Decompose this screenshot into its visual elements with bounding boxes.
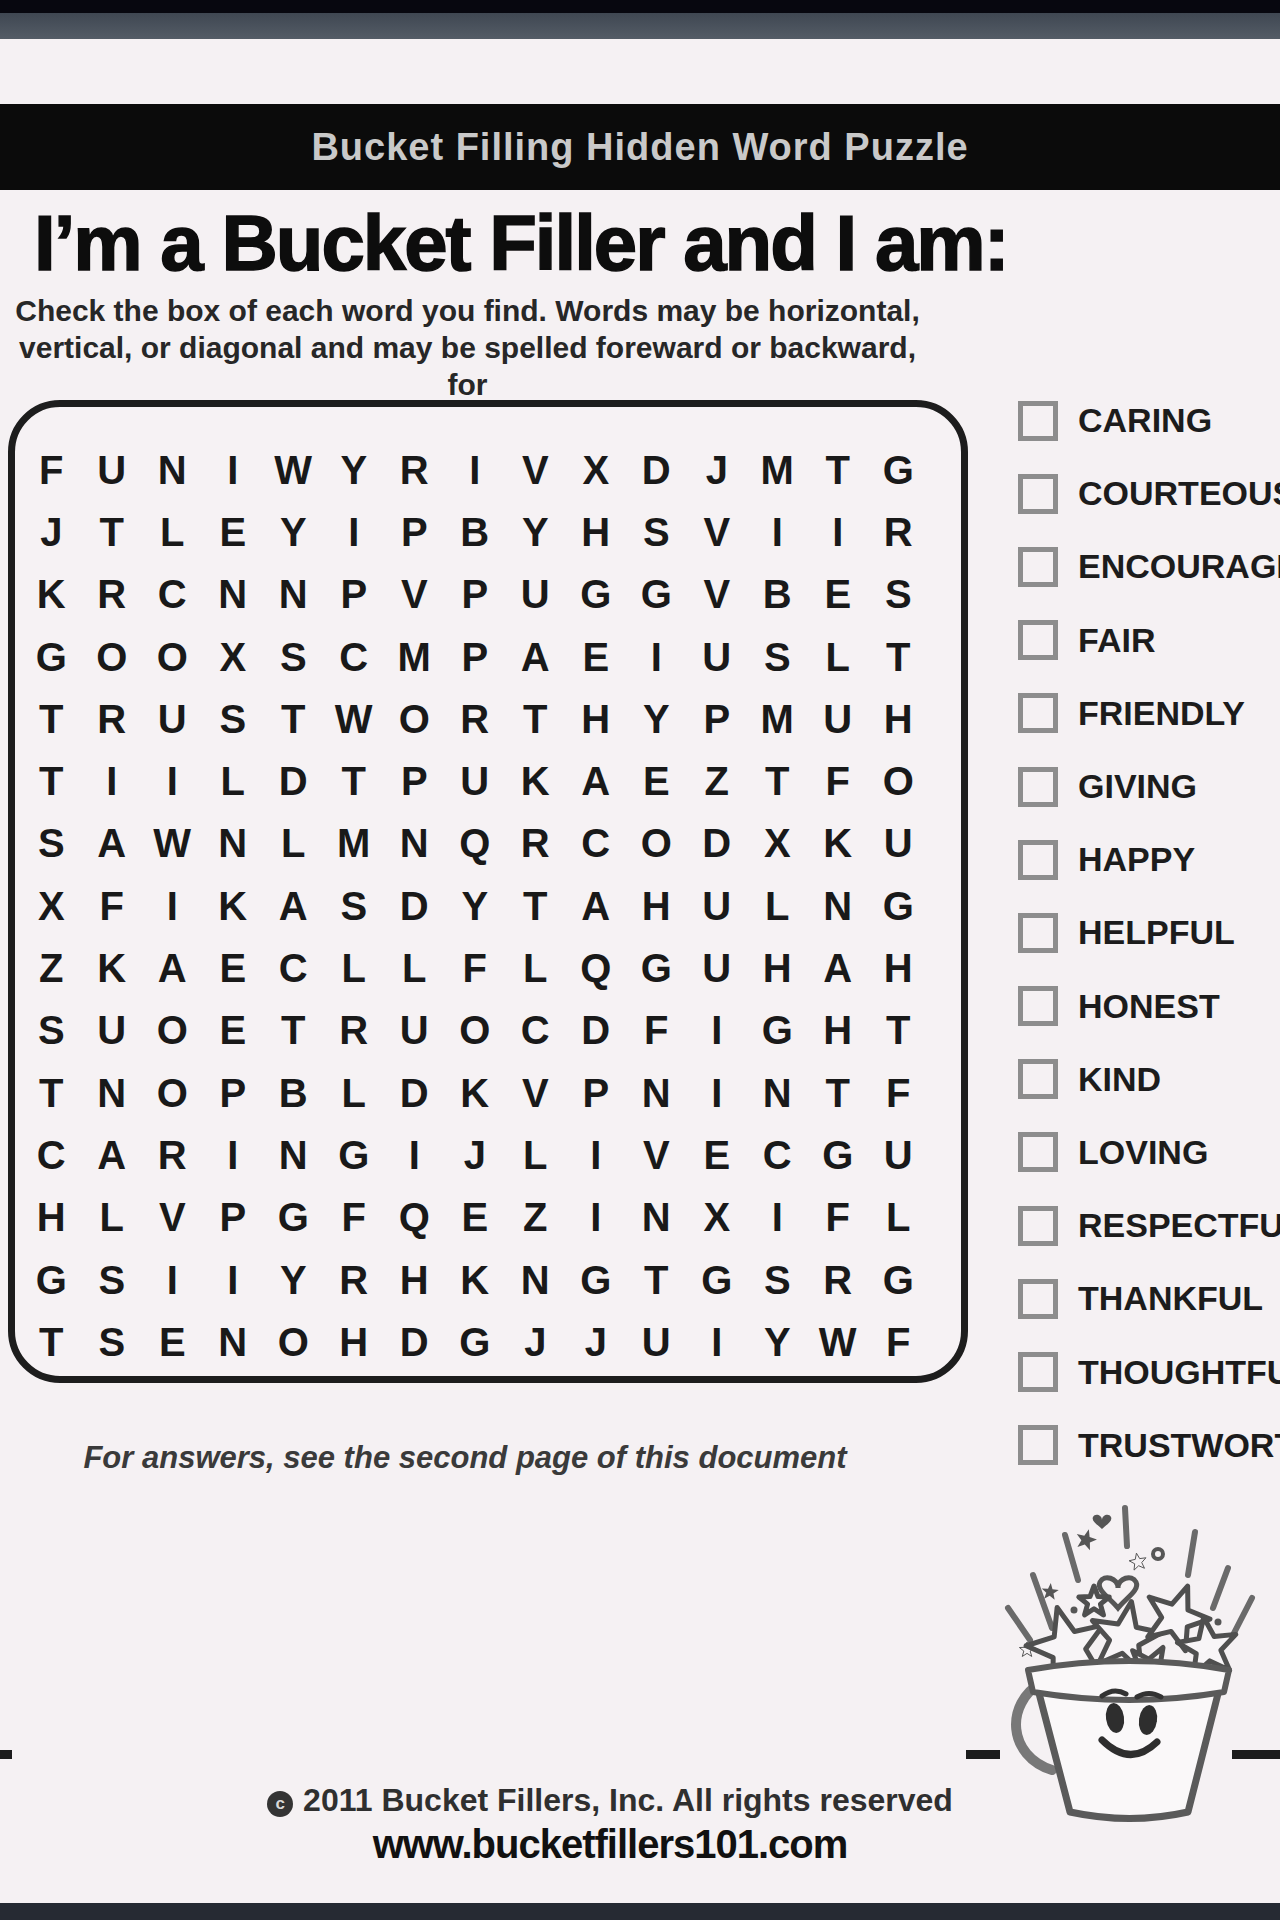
grid-cell-r1c15: G	[868, 439, 929, 501]
grid-cell-r8c8: Y	[445, 875, 506, 937]
grid-cell-r12c13: C	[747, 1124, 808, 1186]
grid-cell-r15c6: H	[324, 1311, 385, 1373]
grid-cell-r11c7: D	[384, 1062, 445, 1124]
copyright-icon: c	[267, 1791, 293, 1817]
word-item-thankful: THANKFUL	[1018, 1262, 1280, 1335]
word-label-giving: GIVING	[1078, 767, 1197, 806]
grid-cell-r3c3: C	[142, 564, 203, 626]
grid-cell-r8c2: F	[82, 875, 143, 937]
word-list: CARINGCOURTEOUSENCOURAGINGFAIRFRIENDLYGI…	[1018, 384, 1280, 1489]
grid-cell-r15c10: J	[566, 1311, 627, 1373]
grid-cell-r6c9: K	[505, 750, 566, 812]
grid-cell-r15c14: W	[808, 1311, 869, 1373]
grid-cell-r7c2: A	[82, 813, 143, 875]
grid-cell-r11c4: P	[203, 1062, 264, 1124]
grid-cell-r12c11: V	[626, 1124, 687, 1186]
grid-cell-r6c1: T	[21, 750, 82, 812]
letter-grid: FUNIWYRIVXDJMTGJTLEYIPBYHSVIIRKRCNNPVPUG…	[21, 439, 929, 1373]
grid-cell-r4c9: A	[505, 626, 566, 688]
word-item-courteous: COURTEOUS	[1018, 457, 1280, 530]
grid-cell-r10c9: C	[505, 1000, 566, 1062]
grid-cell-r4c8: P	[445, 626, 506, 688]
grid-cell-r1c2: U	[82, 439, 143, 501]
grid-cell-r6c12: Z	[687, 750, 748, 812]
word-label-respectful: RESPECTFUL	[1078, 1206, 1280, 1245]
grid-cell-r13c9: Z	[505, 1187, 566, 1249]
grid-cell-r10c4: E	[203, 1000, 264, 1062]
grid-cell-r3c12: V	[687, 564, 748, 626]
grid-cell-r13c3: V	[142, 1187, 203, 1249]
word-label-helpful: HELPFUL	[1078, 913, 1235, 952]
checkbox-friendly[interactable]	[1018, 693, 1058, 733]
grid-cell-r7c15: U	[868, 813, 929, 875]
grid-cell-r7c13: X	[747, 813, 808, 875]
grid-cell-r2c8: B	[445, 501, 506, 563]
grid-cell-r12c8: J	[445, 1124, 506, 1186]
word-item-fair: FAIR	[1018, 604, 1280, 677]
checkbox-trustworthy[interactable]	[1018, 1425, 1058, 1465]
grid-cell-r9c3: A	[142, 937, 203, 999]
word-label-thoughtful: THOUGHTFUL	[1078, 1353, 1280, 1392]
grid-cell-r8c12: U	[687, 875, 748, 937]
grid-cell-r8c14: N	[808, 875, 869, 937]
grid-cell-r14c3: I	[142, 1249, 203, 1311]
grid-cell-r10c8: O	[445, 1000, 506, 1062]
grid-cell-r12c10: I	[566, 1124, 627, 1186]
grid-cell-r1c6: Y	[324, 439, 385, 501]
bucket-rim	[1028, 1661, 1229, 1700]
website-url: www.bucketfillers101.com	[150, 1822, 1070, 1867]
word-item-trustworthy: TRUSTWORTHY	[1018, 1409, 1280, 1482]
word-item-kind: KIND	[1018, 1043, 1280, 1116]
grid-cell-r9c8: F	[445, 937, 506, 999]
grid-cell-r6c7: P	[384, 750, 445, 812]
copyright-text: 2011 Bucket Fillers, Inc. All rights res…	[303, 1782, 953, 1818]
grid-cell-r11c2: N	[82, 1062, 143, 1124]
grid-cell-r4c7: M	[384, 626, 445, 688]
grid-cell-r14c6: R	[324, 1249, 385, 1311]
grid-cell-r12c12: E	[687, 1124, 748, 1186]
grid-cell-r7c14: K	[808, 813, 869, 875]
grid-cell-r7c12: D	[687, 813, 748, 875]
grid-cell-r7c4: N	[203, 813, 264, 875]
grid-cell-r5c1: T	[21, 688, 82, 750]
grid-cell-r7c1: S	[21, 813, 82, 875]
grid-cell-r9c9: L	[505, 937, 566, 999]
grid-cell-r3c9: U	[505, 564, 566, 626]
grid-cell-r8c3: I	[142, 875, 203, 937]
grid-cell-r9c14: A	[808, 937, 869, 999]
grid-cell-r14c10: G	[566, 1249, 627, 1311]
grid-cell-r10c7: U	[384, 1000, 445, 1062]
grid-cell-r14c11: T	[626, 1249, 687, 1311]
grid-cell-r6c10: A	[566, 750, 627, 812]
grid-cell-r4c13: S	[747, 626, 808, 688]
grid-cell-r8c4: K	[203, 875, 264, 937]
grid-cell-r4c6: C	[324, 626, 385, 688]
grid-cell-r2c12: V	[687, 501, 748, 563]
grid-cell-r6c5: D	[263, 750, 324, 812]
grid-cell-r5c3: U	[142, 688, 203, 750]
grid-cell-r14c2: S	[82, 1249, 143, 1311]
title-bar-text: Bucket Filling Hidden Word Puzzle	[311, 126, 968, 169]
grid-cell-r15c4: N	[203, 1311, 264, 1373]
grid-cell-r7c5: L	[263, 813, 324, 875]
word-label-friendly: FRIENDLY	[1078, 694, 1245, 733]
grid-cell-r6c8: U	[445, 750, 506, 812]
grid-cell-r4c14: L	[808, 626, 869, 688]
top-slate-bar	[0, 13, 1280, 39]
grid-cell-r1c3: N	[142, 439, 203, 501]
page: Bucket Filling Hidden Word Puzzle I’m a …	[0, 0, 1280, 1920]
grid-cell-r4c12: U	[687, 626, 748, 688]
word-item-friendly: FRIENDLY	[1018, 677, 1280, 750]
word-item-giving: GIVING	[1018, 750, 1280, 823]
word-label-caring: CARING	[1078, 401, 1212, 440]
grid-cell-r9c6: L	[324, 937, 385, 999]
grid-cell-r9c12: U	[687, 937, 748, 999]
answers-note: For answers, see the second page of this…	[0, 1440, 930, 1476]
grid-cell-r2c4: E	[203, 501, 264, 563]
grid-cell-r8c10: A	[566, 875, 627, 937]
grid-cell-r5c14: U	[808, 688, 869, 750]
grid-cell-r9c5: C	[263, 937, 324, 999]
grid-cell-r10c10: D	[566, 1000, 627, 1062]
grid-cell-r11c8: K	[445, 1062, 506, 1124]
grid-cell-r6c11: E	[626, 750, 687, 812]
grid-cell-r6c14: F	[808, 750, 869, 812]
grid-cell-r3c6: P	[324, 564, 385, 626]
grid-cell-r5c8: R	[445, 688, 506, 750]
instructions-line-2: vertical, or diagonal and may be spelled…	[0, 329, 935, 403]
grid-cell-r3c7: V	[384, 564, 445, 626]
grid-cell-r12c14: G	[808, 1124, 869, 1186]
grid-cell-r8c7: D	[384, 875, 445, 937]
grid-cell-r12c3: R	[142, 1124, 203, 1186]
grid-cell-r7c3: W	[142, 813, 203, 875]
grid-cell-r8c6: S	[324, 875, 385, 937]
grid-cell-r11c9: V	[505, 1062, 566, 1124]
checkbox-honest[interactable]	[1018, 986, 1058, 1026]
grid-cell-r15c5: O	[263, 1311, 324, 1373]
grid-cell-r12c6: G	[324, 1124, 385, 1186]
grid-cell-r8c11: H	[626, 875, 687, 937]
grid-cell-r14c14: R	[808, 1249, 869, 1311]
title-bar: Bucket Filling Hidden Word Puzzle	[0, 104, 1280, 190]
grid-cell-r10c2: U	[82, 1000, 143, 1062]
grid-cell-r8c1: X	[21, 875, 82, 937]
word-label-loving: LOVING	[1078, 1133, 1208, 1172]
word-item-caring: CARING	[1018, 384, 1280, 457]
grid-cell-r5c5: T	[263, 688, 324, 750]
grid-cell-r10c14: H	[808, 1000, 869, 1062]
grid-cell-r14c8: K	[445, 1249, 506, 1311]
grid-cell-r2c11: S	[626, 501, 687, 563]
grid-cell-r14c13: S	[747, 1249, 808, 1311]
grid-cell-r14c9: N	[505, 1249, 566, 1311]
word-item-respectful: RESPECTFUL	[1018, 1189, 1280, 1262]
grid-cell-r3c11: G	[626, 564, 687, 626]
grid-cell-r2c2: T	[82, 501, 143, 563]
word-item-happy: HAPPY	[1018, 823, 1280, 896]
grid-cell-r11c15: F	[868, 1062, 929, 1124]
grid-cell-r1c10: X	[566, 439, 627, 501]
grid-cell-r8c13: L	[747, 875, 808, 937]
grid-cell-r14c5: Y	[263, 1249, 324, 1311]
grid-cell-r2c10: H	[566, 501, 627, 563]
checkbox-encouraging[interactable]	[1018, 547, 1058, 587]
grid-cell-r1c8: I	[445, 439, 506, 501]
grid-cell-r1c9: V	[505, 439, 566, 501]
checkbox-courteous[interactable]	[1018, 474, 1058, 514]
grid-cell-r13c12: X	[687, 1187, 748, 1249]
grid-cell-r3c15: S	[868, 564, 929, 626]
grid-cell-r10c3: O	[142, 1000, 203, 1062]
grid-cell-r3c4: N	[203, 564, 264, 626]
grid-cell-r4c1: G	[21, 626, 82, 688]
grid-cell-r9c7: L	[384, 937, 445, 999]
grid-cell-r6c13: T	[747, 750, 808, 812]
word-label-thankful: THANKFUL	[1078, 1279, 1263, 1318]
grid-cell-r3c5: N	[263, 564, 324, 626]
checkbox-loving[interactable]	[1018, 1132, 1058, 1172]
checkbox-happy[interactable]	[1018, 840, 1058, 880]
page-title: I’m a Bucket Filler and I am:	[34, 198, 1274, 289]
grid-cell-r10c6: R	[324, 1000, 385, 1062]
grid-cell-r6c15: O	[868, 750, 929, 812]
grid-cell-r11c6: L	[324, 1062, 385, 1124]
grid-cell-r6c3: I	[142, 750, 203, 812]
bucket-illustration	[990, 1480, 1280, 1900]
grid-cell-r9c1: Z	[21, 937, 82, 999]
grid-cell-r5c9: T	[505, 688, 566, 750]
grid-cell-r15c8: G	[445, 1311, 506, 1373]
grid-cell-r7c10: C	[566, 813, 627, 875]
grid-cell-r6c2: I	[82, 750, 143, 812]
word-label-fair: FAIR	[1078, 621, 1155, 660]
grid-cell-r11c10: P	[566, 1062, 627, 1124]
grid-cell-r7c11: O	[626, 813, 687, 875]
grid-cell-r5c13: M	[747, 688, 808, 750]
grid-cell-r11c11: N	[626, 1062, 687, 1124]
grid-cell-r13c11: N	[626, 1187, 687, 1249]
checkbox-fair[interactable]	[1018, 620, 1058, 660]
grid-cell-r3c1: K	[21, 564, 82, 626]
grid-cell-r7c9: R	[505, 813, 566, 875]
grid-cell-r3c8: P	[445, 564, 506, 626]
grid-cell-r4c10: E	[566, 626, 627, 688]
top-black-bar	[0, 0, 1280, 13]
grid-cell-r13c1: H	[21, 1187, 82, 1249]
grid-cell-r2c6: I	[324, 501, 385, 563]
word-item-helpful: HELPFUL	[1018, 896, 1280, 969]
grid-cell-r11c3: O	[142, 1062, 203, 1124]
grid-cell-r5c12: P	[687, 688, 748, 750]
grid-cell-r15c2: S	[82, 1311, 143, 1373]
divider-dash-left	[0, 1750, 12, 1759]
grid-cell-r14c12: G	[687, 1249, 748, 1311]
grid-cell-r12c4: I	[203, 1124, 264, 1186]
grid-cell-r14c15: G	[868, 1249, 929, 1311]
grid-cell-r6c6: T	[324, 750, 385, 812]
grid-cell-r13c15: L	[868, 1187, 929, 1249]
grid-cell-r13c7: Q	[384, 1187, 445, 1249]
grid-cell-r13c10: I	[566, 1187, 627, 1249]
grid-cell-r15c3: E	[142, 1311, 203, 1373]
grid-cell-r14c1: G	[21, 1249, 82, 1311]
word-label-courteous: COURTEOUS	[1078, 474, 1280, 513]
grid-cell-r1c12: J	[687, 439, 748, 501]
grid-cell-r10c1: S	[21, 1000, 82, 1062]
grid-cell-r15c9: J	[505, 1311, 566, 1373]
grid-cell-r9c11: G	[626, 937, 687, 999]
checkbox-thankful[interactable]	[1018, 1279, 1058, 1319]
grid-cell-r15c1: T	[21, 1311, 82, 1373]
grid-cell-r15c13: Y	[747, 1311, 808, 1373]
puzzle-grid-box: FUNIWYRIVXDJMTGJTLEYIPBYHSVIIRKRCNNPVPUG…	[8, 400, 968, 1383]
grid-cell-r3c2: R	[82, 564, 143, 626]
grid-cell-r8c9: T	[505, 875, 566, 937]
grid-cell-r11c5: B	[263, 1062, 324, 1124]
grid-cell-r10c15: T	[868, 1000, 929, 1062]
grid-cell-r9c10: Q	[566, 937, 627, 999]
grid-cell-r5c7: O	[384, 688, 445, 750]
word-item-encouraging: ENCOURAGING	[1018, 530, 1280, 603]
grid-cell-r2c7: P	[384, 501, 445, 563]
grid-cell-r4c11: I	[626, 626, 687, 688]
instructions-line-1: Check the box of each word you find. Wor…	[0, 292, 935, 329]
checkbox-giving[interactable]	[1018, 767, 1058, 807]
grid-cell-r2c13: I	[747, 501, 808, 563]
grid-cell-r10c5: T	[263, 1000, 324, 1062]
word-label-kind: KIND	[1078, 1060, 1161, 1099]
grid-cell-r12c7: I	[384, 1124, 445, 1186]
grid-cell-r5c6: W	[324, 688, 385, 750]
grid-cell-r1c11: D	[626, 439, 687, 501]
grid-cell-r12c2: A	[82, 1124, 143, 1186]
grid-cell-r10c11: F	[626, 1000, 687, 1062]
grid-cell-r5c4: S	[203, 688, 264, 750]
grid-cell-r8c5: A	[263, 875, 324, 937]
grid-cell-r6c4: L	[203, 750, 264, 812]
grid-cell-r5c15: H	[868, 688, 929, 750]
checkbox-helpful[interactable]	[1018, 913, 1058, 953]
grid-cell-r1c13: M	[747, 439, 808, 501]
grid-cell-r10c13: G	[747, 1000, 808, 1062]
checkbox-caring[interactable]	[1018, 401, 1058, 441]
grid-cell-r12c9: L	[505, 1124, 566, 1186]
grid-cell-r7c8: Q	[445, 813, 506, 875]
grid-cell-r4c15: T	[868, 626, 929, 688]
grid-cell-r11c12: I	[687, 1062, 748, 1124]
grid-cell-r5c2: R	[82, 688, 143, 750]
word-item-honest: HONEST	[1018, 970, 1280, 1043]
word-item-thoughtful: THOUGHTFUL	[1018, 1335, 1280, 1408]
grid-cell-r4c3: O	[142, 626, 203, 688]
grid-cell-r5c10: H	[566, 688, 627, 750]
grid-cell-r1c1: F	[21, 439, 82, 501]
grid-cell-r9c13: H	[747, 937, 808, 999]
grid-cell-r3c10: G	[566, 564, 627, 626]
grid-cell-r4c2: O	[82, 626, 143, 688]
grid-cell-r1c7: R	[384, 439, 445, 501]
grid-cell-r2c14: I	[808, 501, 869, 563]
grid-cell-r15c12: I	[687, 1311, 748, 1373]
copyright-line: c2011 Bucket Fillers, Inc. All rights re…	[150, 1782, 1070, 1819]
checkbox-thoughtful[interactable]	[1018, 1352, 1058, 1392]
grid-cell-r1c4: I	[203, 439, 264, 501]
bottom-bar	[0, 1903, 1280, 1920]
grid-cell-r11c14: T	[808, 1062, 869, 1124]
word-item-loving: LOVING	[1018, 1116, 1280, 1189]
grid-cell-r9c2: K	[82, 937, 143, 999]
grid-cell-r5c11: Y	[626, 688, 687, 750]
grid-cell-r15c11: U	[626, 1311, 687, 1373]
grid-cell-r7c7: N	[384, 813, 445, 875]
grid-cell-r2c9: Y	[505, 501, 566, 563]
grid-cell-r14c4: I	[203, 1249, 264, 1311]
grid-cell-r1c14: T	[808, 439, 869, 501]
grid-cell-r11c13: N	[747, 1062, 808, 1124]
grid-cell-r2c5: Y	[263, 501, 324, 563]
grid-cell-r13c4: P	[203, 1187, 264, 1249]
grid-cell-r13c14: F	[808, 1187, 869, 1249]
grid-cell-r2c15: R	[868, 501, 929, 563]
grid-cell-r12c1: C	[21, 1124, 82, 1186]
word-label-honest: HONEST	[1078, 987, 1220, 1026]
grid-cell-r13c6: F	[324, 1187, 385, 1249]
grid-cell-r14c7: H	[384, 1249, 445, 1311]
grid-cell-r15c7: D	[384, 1311, 445, 1373]
grid-cell-r4c4: X	[203, 626, 264, 688]
grid-cell-r3c14: E	[808, 564, 869, 626]
grid-cell-r10c12: I	[687, 1000, 748, 1062]
grid-cell-r8c15: G	[868, 875, 929, 937]
grid-cell-r15c15: F	[868, 1311, 929, 1373]
grid-cell-r2c3: L	[142, 501, 203, 563]
grid-cell-r4c5: S	[263, 626, 324, 688]
grid-cell-r7c6: M	[324, 813, 385, 875]
grid-cell-r13c5: G	[263, 1187, 324, 1249]
grid-cell-r9c15: H	[868, 937, 929, 999]
checkbox-kind[interactable]	[1018, 1059, 1058, 1099]
grid-cell-r2c1: J	[21, 501, 82, 563]
word-label-happy: HAPPY	[1078, 840, 1195, 879]
grid-cell-r12c5: N	[263, 1124, 324, 1186]
word-label-trustworthy: TRUSTWORTHY	[1078, 1426, 1280, 1465]
grid-cell-r3c13: B	[747, 564, 808, 626]
grid-cell-r13c2: L	[82, 1187, 143, 1249]
grid-cell-r11c1: T	[21, 1062, 82, 1124]
grid-cell-r9c4: E	[203, 937, 264, 999]
grid-cell-r12c15: U	[868, 1124, 929, 1186]
grid-cell-r1c5: W	[263, 439, 324, 501]
word-label-encouraging: ENCOURAGING	[1078, 547, 1280, 586]
checkbox-respectful[interactable]	[1018, 1206, 1058, 1246]
grid-cell-r13c8: E	[445, 1187, 506, 1249]
grid-cell-r13c13: I	[747, 1187, 808, 1249]
